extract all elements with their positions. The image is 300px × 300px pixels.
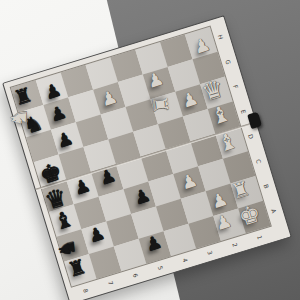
rank-label-7: 7 <box>103 269 120 297</box>
chess-photo-scene: HGFEDCBA87654321 ♜♟♞♟♟♚♛♟♟♝♟♞♟♜♟♞♟♟♜♟♟♟♟… <box>0 0 300 300</box>
file-label-a: A <box>261 202 289 219</box>
file-label-g: G <box>215 53 243 70</box>
file-label-h: H <box>207 28 235 45</box>
file-label-d: D <box>238 128 266 145</box>
rank-label-2: 2 <box>227 231 244 259</box>
file-label-b: B <box>253 178 281 195</box>
rank-label-5: 5 <box>152 254 169 282</box>
rank-label-4: 4 <box>177 246 194 274</box>
rank-label-6: 6 <box>128 261 145 289</box>
file-label-c: C <box>245 153 273 170</box>
rank-label-3: 3 <box>202 238 219 266</box>
rank-label-1: 1 <box>252 223 269 251</box>
file-label-f: F <box>223 78 251 95</box>
